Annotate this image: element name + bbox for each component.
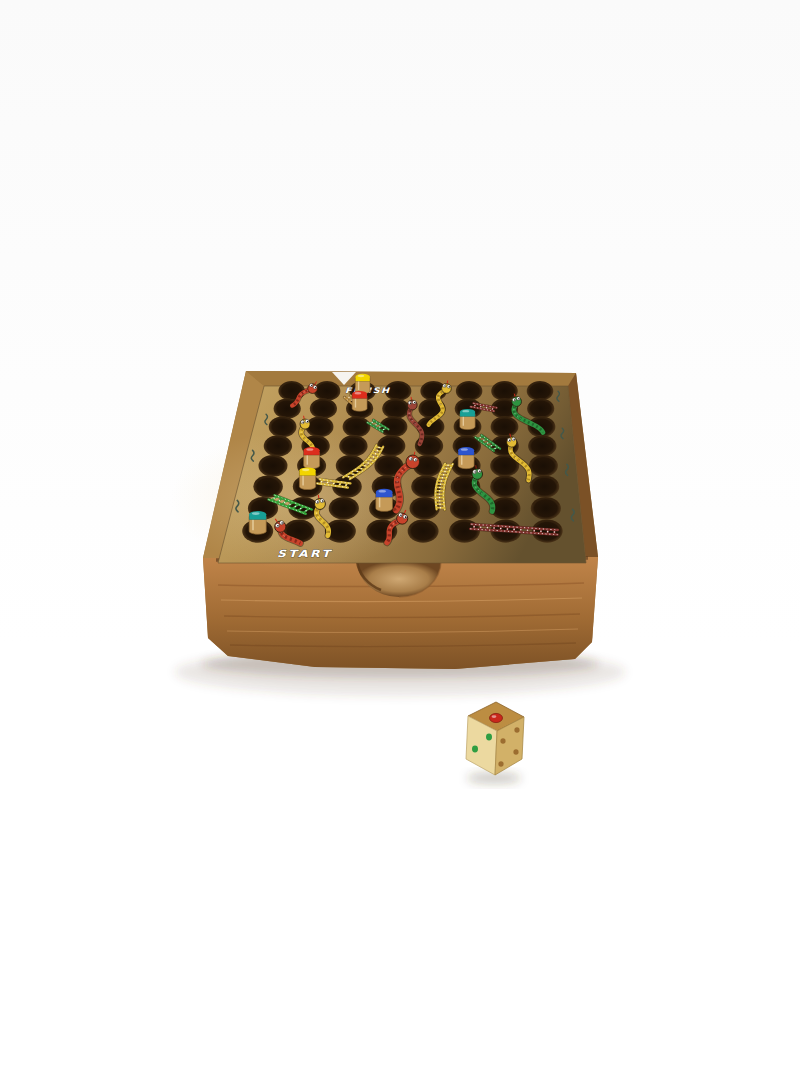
- cell-r8c3[interactable]: [319, 519, 362, 542]
- cell-r2c4[interactable]: [365, 403, 402, 420]
- cell-r8c1[interactable]: [236, 519, 280, 542]
- cell-r4c6[interactable]: [439, 438, 478, 457]
- cell-r6c3[interactable]: [322, 477, 363, 498]
- cell-r5c4[interactable]: [363, 457, 402, 477]
- cell-r3c2[interactable]: [290, 420, 329, 438]
- cell-r3c5[interactable]: [402, 420, 439, 438]
- cell-r2c1[interactable]: [256, 403, 295, 420]
- cell-r4c5[interactable]: [402, 438, 440, 457]
- cell-r5c8[interactable]: [516, 457, 557, 477]
- cell-r6c7[interactable]: [480, 477, 521, 498]
- cell-r1c2[interactable]: [295, 386, 332, 403]
- cell-r7c6[interactable]: [442, 498, 484, 520]
- cell-r8c6[interactable]: [443, 519, 486, 542]
- cell-r8c2[interactable]: [277, 519, 321, 542]
- cell-r8c5[interactable]: [402, 519, 444, 542]
- cell-r7c3[interactable]: [321, 498, 363, 520]
- cell-r5c6[interactable]: [440, 457, 480, 477]
- cell-r2c5[interactable]: [402, 403, 439, 420]
- cell-r2c2[interactable]: [292, 403, 330, 420]
- cell-r5c7[interactable]: [478, 457, 519, 477]
- cell-r7c8[interactable]: [521, 498, 564, 520]
- cell-r3c6[interactable]: [439, 420, 477, 438]
- cell-r7c4[interactable]: [361, 498, 402, 520]
- die-pip-left: [472, 746, 478, 753]
- cell-r1c3[interactable]: [330, 386, 367, 403]
- cell-r7c1[interactable]: [239, 498, 282, 520]
- cell-r4c2[interactable]: [288, 438, 328, 457]
- cell-r3c8[interactable]: [512, 420, 552, 438]
- cell-r5c3[interactable]: [324, 457, 364, 477]
- die-pip-right: [513, 749, 518, 755]
- cell-r4c3[interactable]: [326, 438, 365, 457]
- cell-r6c6[interactable]: [441, 477, 482, 498]
- cell-r5c5[interactable]: [402, 457, 441, 477]
- cell-r4c7[interactable]: [477, 438, 517, 457]
- cell-r4c1[interactable]: [250, 438, 290, 457]
- cell-r3c1[interactable]: [253, 420, 293, 438]
- board-grid: [218, 386, 586, 563]
- die-pip-left: [486, 734, 492, 741]
- cell-r6c5[interactable]: [402, 477, 442, 498]
- cell-r6c2[interactable]: [283, 477, 324, 498]
- cell-r1c8[interactable]: [507, 386, 545, 403]
- cell-r4c8[interactable]: [514, 438, 554, 457]
- cell-r8c8[interactable]: [524, 519, 568, 542]
- cell-r6c1[interactable]: [243, 477, 285, 498]
- cell-r1c5[interactable]: [402, 386, 438, 403]
- cell-r3c4[interactable]: [365, 420, 402, 438]
- cell-r7c5[interactable]: [402, 498, 443, 520]
- die[interactable]: [466, 702, 524, 784]
- cell-r3c3[interactable]: [327, 420, 365, 438]
- cell-r8c4[interactable]: [360, 519, 402, 542]
- cell-r5c1[interactable]: [246, 457, 287, 477]
- cell-r1c1[interactable]: [259, 386, 297, 403]
- start-label: START: [277, 548, 333, 559]
- die-pip-right: [514, 727, 519, 733]
- cell-r6c4[interactable]: [362, 477, 402, 498]
- die-pip-right: [498, 761, 503, 767]
- cell-r2c6[interactable]: [438, 403, 475, 420]
- cell-r1c7[interactable]: [472, 386, 509, 403]
- cell-r6c8[interactable]: [519, 477, 561, 498]
- cell-r4c4[interactable]: [364, 438, 402, 457]
- die-pip-top: [490, 713, 503, 722]
- cell-r2c3[interactable]: [329, 403, 366, 420]
- die-pip-right: [500, 738, 505, 744]
- cell-r3c7[interactable]: [475, 420, 514, 438]
- cell-r5c2[interactable]: [285, 457, 326, 477]
- product-photo: FINISHSTART: [0, 0, 800, 1074]
- cell-r7c2[interactable]: [280, 498, 322, 520]
- cell-r2c8[interactable]: [509, 403, 548, 420]
- cell-r1c4[interactable]: [366, 386, 402, 403]
- cell-r7c7[interactable]: [482, 498, 524, 520]
- cell-r2c7[interactable]: [474, 403, 512, 420]
- cell-r1c6[interactable]: [437, 386, 474, 403]
- cell-r8c7[interactable]: [483, 519, 527, 542]
